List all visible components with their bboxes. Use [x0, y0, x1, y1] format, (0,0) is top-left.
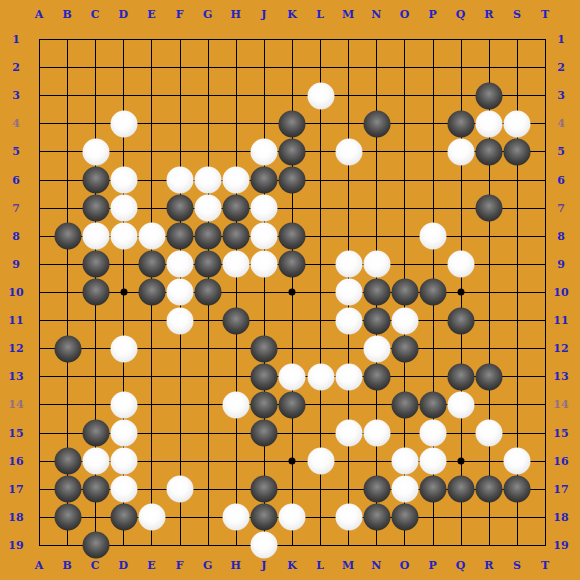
stone-white: [251, 251, 278, 278]
stone-black: [279, 138, 306, 165]
stone-white: [167, 307, 194, 334]
stone-white: [167, 279, 194, 306]
stone-black: [195, 223, 222, 250]
row-label-right: 17: [553, 482, 568, 495]
column-label-top: Q: [456, 8, 466, 21]
row-label-left: 13: [8, 370, 23, 383]
column-label-bottom: H: [231, 559, 241, 572]
stone-white: [476, 110, 503, 137]
row-label-left: 11: [8, 314, 23, 327]
stone-white: [251, 223, 278, 250]
row-label-right: 6: [557, 173, 565, 186]
stone-black: [476, 476, 503, 503]
row-label-left: 1: [12, 33, 20, 46]
column-label-top: T: [541, 8, 549, 21]
stone-black: [251, 391, 278, 418]
stone-white: [167, 476, 194, 503]
grid-line-vertical: [545, 39, 546, 546]
stone-white: [167, 167, 194, 194]
row-label-left: 5: [12, 145, 20, 158]
hoshi-point: [458, 289, 465, 296]
stone-white: [223, 167, 250, 194]
column-label-top: H: [231, 8, 241, 21]
stone-white: [335, 420, 362, 447]
stone-black: [476, 138, 503, 165]
stone-black: [476, 195, 503, 222]
stone-black: [82, 532, 109, 559]
stone-white: [307, 363, 334, 390]
stone-black: [54, 335, 81, 362]
column-label-top: K: [287, 8, 297, 21]
column-label-bottom: N: [371, 559, 381, 572]
row-label-right: 12: [553, 342, 568, 355]
column-label-bottom: Q: [456, 559, 466, 572]
stone-black: [363, 307, 390, 334]
stone-black: [251, 363, 278, 390]
stone-black: [251, 420, 278, 447]
column-label-top: S: [513, 8, 521, 21]
row-label-right: 13: [553, 370, 568, 383]
stone-black: [279, 167, 306, 194]
row-label-right: 16: [553, 454, 568, 467]
hoshi-point: [458, 458, 465, 465]
stone-white: [335, 251, 362, 278]
stone-black: [223, 307, 250, 334]
column-label-bottom: T: [541, 559, 549, 572]
stone-black: [223, 223, 250, 250]
stone-white: [223, 391, 250, 418]
row-label-right: 11: [553, 314, 568, 327]
stone-black: [420, 279, 447, 306]
column-label-top: A: [35, 8, 44, 21]
stone-black: [54, 223, 81, 250]
stone-white: [251, 532, 278, 559]
stone-black: [391, 391, 418, 418]
stone-white: [307, 82, 334, 109]
stone-white: [448, 251, 475, 278]
stone-black: [195, 251, 222, 278]
column-label-top: C: [91, 8, 100, 21]
stone-white: [335, 279, 362, 306]
column-label-bottom: C: [91, 559, 100, 572]
stone-black: [363, 110, 390, 137]
stone-black: [391, 335, 418, 362]
stone-black: [391, 504, 418, 531]
stone-black: [251, 476, 278, 503]
column-label-bottom: M: [342, 559, 354, 572]
stone-white: [279, 363, 306, 390]
stone-black: [279, 223, 306, 250]
row-label-left: 10: [8, 285, 23, 298]
stone-white: [223, 504, 250, 531]
stone-white: [82, 223, 109, 250]
stone-white: [223, 251, 250, 278]
stone-white: [476, 420, 503, 447]
stone-black: [251, 504, 278, 531]
stone-black: [138, 251, 165, 278]
stone-white: [504, 110, 531, 137]
stone-white: [335, 504, 362, 531]
stone-white: [279, 504, 306, 531]
row-label-right: 5: [557, 145, 565, 158]
column-label-top: N: [371, 8, 381, 21]
stone-white: [448, 391, 475, 418]
grid-line-horizontal: [39, 545, 546, 546]
hoshi-point: [120, 289, 127, 296]
stone-black: [504, 476, 531, 503]
stone-black: [279, 391, 306, 418]
stone-black: [82, 195, 109, 222]
stone-black: [82, 167, 109, 194]
stone-black: [82, 420, 109, 447]
stone-black: [82, 279, 109, 306]
stone-black: [167, 195, 194, 222]
row-label-right: 2: [557, 61, 565, 74]
row-label-left: 16: [8, 454, 23, 467]
column-label-bottom: O: [400, 559, 410, 572]
column-label-bottom: B: [62, 559, 71, 572]
row-label-left: 17: [8, 482, 23, 495]
stone-black: [391, 279, 418, 306]
stone-white: [138, 223, 165, 250]
stone-black: [448, 363, 475, 390]
column-label-bottom: F: [176, 559, 184, 572]
stone-white: [110, 223, 137, 250]
row-label-right: 10: [553, 285, 568, 298]
stone-black: [82, 251, 109, 278]
stone-black: [167, 223, 194, 250]
column-label-bottom: G: [203, 559, 212, 572]
row-label-left: 4: [12, 117, 20, 130]
stone-white: [420, 223, 447, 250]
stone-black: [195, 279, 222, 306]
column-label-bottom: J: [261, 559, 266, 572]
column-label-top: D: [119, 8, 129, 21]
stone-black: [504, 138, 531, 165]
hoshi-point: [289, 458, 296, 465]
column-label-top: P: [428, 8, 436, 21]
stone-white: [195, 167, 222, 194]
column-label-bottom: P: [428, 559, 436, 572]
row-label-right: 1: [557, 33, 565, 46]
stone-black: [251, 335, 278, 362]
row-label-left: 7: [12, 201, 20, 214]
stone-white: [391, 307, 418, 334]
stone-white: [82, 138, 109, 165]
stone-white: [363, 335, 390, 362]
row-label-right: 19: [553, 538, 568, 551]
stone-white: [138, 504, 165, 531]
column-label-bottom: E: [147, 559, 155, 572]
stone-white: [110, 167, 137, 194]
stone-white: [110, 448, 137, 475]
stone-white: [251, 138, 278, 165]
column-label-top: F: [176, 8, 184, 21]
stone-white: [251, 195, 278, 222]
row-label-right: 3: [557, 89, 565, 102]
row-label-left: 18: [8, 510, 23, 523]
stone-white: [110, 420, 137, 447]
row-label-left: 6: [12, 173, 20, 186]
stone-black: [279, 251, 306, 278]
row-label-right: 9: [557, 257, 565, 270]
stone-white: [82, 448, 109, 475]
stone-white: [420, 420, 447, 447]
stone-black: [363, 504, 390, 531]
stone-black: [110, 504, 137, 531]
stone-black: [138, 279, 165, 306]
stone-black: [448, 110, 475, 137]
stone-black: [223, 195, 250, 222]
stone-white: [363, 251, 390, 278]
row-label-right: 4: [557, 117, 565, 130]
column-label-bottom: D: [119, 559, 129, 572]
stone-white: [110, 195, 137, 222]
stone-white: [167, 251, 194, 278]
row-label-left: 14: [8, 398, 23, 411]
stone-white: [110, 110, 137, 137]
stone-black: [279, 110, 306, 137]
stone-black: [363, 279, 390, 306]
stone-black: [82, 476, 109, 503]
hoshi-point: [289, 289, 296, 296]
stone-black: [448, 307, 475, 334]
column-label-bottom: S: [513, 559, 521, 572]
stone-white: [391, 448, 418, 475]
stone-white: [335, 363, 362, 390]
row-label-left: 19: [8, 538, 23, 551]
stone-white: [110, 335, 137, 362]
stone-black: [420, 391, 447, 418]
column-label-top: M: [342, 8, 354, 21]
column-label-top: O: [400, 8, 410, 21]
stone-black: [363, 476, 390, 503]
stone-black: [251, 167, 278, 194]
row-label-left: 15: [8, 426, 23, 439]
row-label-left: 9: [12, 257, 20, 270]
column-label-top: L: [316, 8, 324, 21]
stone-black: [420, 476, 447, 503]
row-label-left: 12: [8, 342, 23, 355]
stone-white: [335, 138, 362, 165]
column-label-top: B: [62, 8, 71, 21]
stone-white: [307, 448, 334, 475]
go-board[interactable]: AABBCCDDEEFFGGHHJJKKLLMMNNOOPPQQRRSSTT11…: [0, 0, 580, 580]
stone-black: [476, 363, 503, 390]
row-label-right: 15: [553, 426, 568, 439]
row-label-right: 8: [557, 229, 565, 242]
stone-white: [448, 138, 475, 165]
stone-white: [110, 391, 137, 418]
stone-black: [54, 448, 81, 475]
row-label-right: 18: [553, 510, 568, 523]
stone-black: [448, 476, 475, 503]
column-label-top: R: [484, 8, 493, 21]
stone-black: [54, 476, 81, 503]
stone-white: [391, 476, 418, 503]
stone-black: [363, 363, 390, 390]
column-label-top: E: [147, 8, 155, 21]
stone-black: [54, 504, 81, 531]
column-label-bottom: K: [287, 559, 297, 572]
column-label-bottom: L: [316, 559, 324, 572]
stone-white: [420, 448, 447, 475]
column-label-top: G: [203, 8, 212, 21]
stone-white: [363, 420, 390, 447]
stone-white: [504, 448, 531, 475]
column-label-top: J: [261, 8, 266, 21]
stone-white: [195, 195, 222, 222]
row-label-right: 14: [553, 398, 568, 411]
column-label-bottom: A: [35, 559, 44, 572]
stone-white: [110, 476, 137, 503]
row-label-left: 3: [12, 89, 20, 102]
row-label-right: 7: [557, 201, 565, 214]
row-label-left: 8: [12, 229, 20, 242]
stone-white: [335, 307, 362, 334]
column-label-bottom: R: [484, 559, 493, 572]
stone-black: [476, 82, 503, 109]
row-label-left: 2: [12, 61, 20, 74]
